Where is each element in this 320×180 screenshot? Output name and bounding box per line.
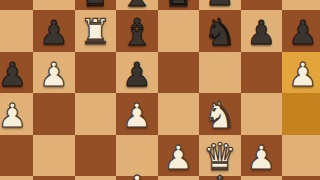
square-a2[interactable] xyxy=(0,176,33,180)
square-h3[interactable] xyxy=(282,135,320,177)
square-a6[interactable] xyxy=(0,10,33,52)
piece-black-bishop-d6[interactable]: ♝ xyxy=(116,12,158,54)
piece-white-king-f2[interactable]: ♚ xyxy=(199,169,241,180)
piece-white-pawn-d4[interactable]: ♟ xyxy=(116,95,158,137)
square-b2[interactable] xyxy=(33,176,75,180)
square-h2[interactable] xyxy=(282,176,320,180)
square-e4[interactable] xyxy=(158,93,200,135)
square-g7[interactable] xyxy=(241,0,283,10)
piece-white-pawn-g3[interactable]: ♟ xyxy=(241,137,283,179)
chess-board: ♛♝♚♟♟♜♝♞♟♟♟♟♟♟♟♟♞♟♛♟♝♚ xyxy=(0,0,320,180)
piece-white-bishop-d2[interactable]: ♝ xyxy=(116,169,158,180)
square-e5[interactable] xyxy=(158,52,200,94)
piece-black-king-e7[interactable]: ♚ xyxy=(158,0,200,14)
piece-white-knight-f4[interactable]: ♞ xyxy=(199,95,241,137)
piece-black-knight-f6[interactable]: ♞ xyxy=(199,12,241,54)
square-b7[interactable] xyxy=(33,0,75,10)
piece-white-pawn-a4[interactable]: ♟ xyxy=(0,95,33,137)
piece-black-pawn-b6[interactable]: ♟ xyxy=(33,12,75,54)
square-g5[interactable] xyxy=(241,52,283,94)
square-h7[interactable] xyxy=(282,0,320,10)
piece-black-pawn-a5[interactable]: ♟ xyxy=(0,54,33,96)
piece-black-pawn-g6[interactable]: ♟ xyxy=(241,12,283,54)
square-c3[interactable] xyxy=(75,135,117,177)
chessboard-viewport: ♛♝♚♟♟♜♝♞♟♟♟♟♟♟♟♟♞♟♛♟♝♚ xyxy=(0,0,320,180)
piece-white-pawn-h5[interactable]: ♟ xyxy=(282,54,320,96)
square-b3[interactable] xyxy=(33,135,75,177)
square-a7[interactable] xyxy=(0,0,33,10)
square-c5[interactable] xyxy=(75,52,117,94)
square-f5[interactable] xyxy=(199,52,241,94)
square-g4[interactable] xyxy=(241,93,283,135)
piece-white-rook-c6[interactable]: ♜ xyxy=(75,12,117,54)
piece-white-pawn-b5[interactable]: ♟ xyxy=(33,54,75,96)
square-c4[interactable] xyxy=(75,93,117,135)
piece-white-pawn-e3[interactable]: ♟ xyxy=(158,137,200,179)
square-c2[interactable] xyxy=(75,176,117,180)
square-b4[interactable] xyxy=(33,93,75,135)
square-a3[interactable] xyxy=(0,135,33,177)
square-h4[interactable] xyxy=(282,93,320,135)
square-e6[interactable] xyxy=(158,10,200,52)
piece-black-pawn-h6[interactable]: ♟ xyxy=(282,12,320,54)
piece-black-pawn-d5[interactable]: ♟ xyxy=(116,54,158,96)
